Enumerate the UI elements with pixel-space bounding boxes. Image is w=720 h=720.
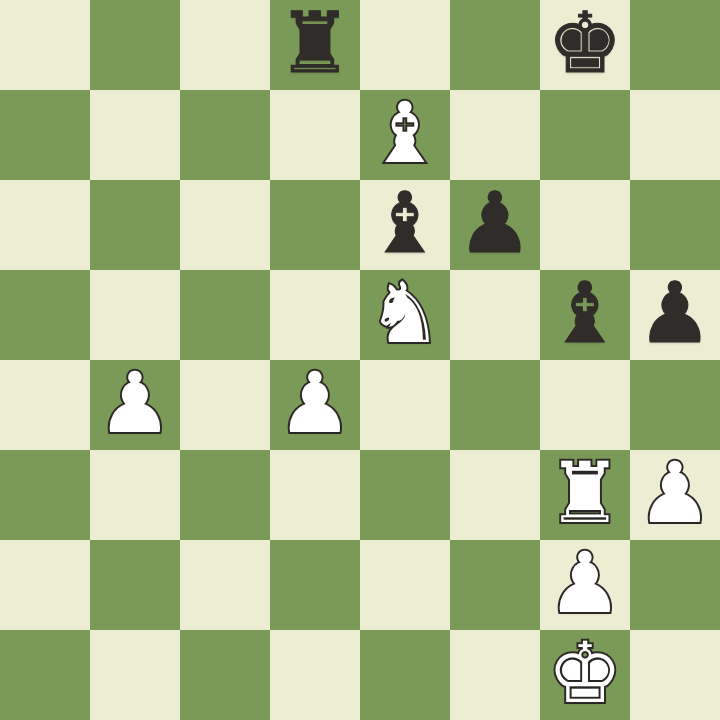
black-king[interactable]: ♚ (547, 0, 622, 88)
square-b7[interactable] (90, 90, 180, 180)
square-c1[interactable] (180, 630, 270, 720)
square-b5[interactable] (90, 270, 180, 360)
black-bishop[interactable]: ♝ (367, 178, 442, 268)
white-pawn[interactable]: ♟ (97, 358, 172, 448)
square-e2[interactable] (360, 540, 450, 630)
square-g6[interactable] (540, 180, 630, 270)
square-a6[interactable] (0, 180, 90, 270)
square-c8[interactable] (180, 0, 270, 90)
square-a5[interactable] (0, 270, 90, 360)
square-e8[interactable] (360, 0, 450, 90)
square-f3[interactable] (450, 450, 540, 540)
square-g8[interactable]: ♚ (540, 0, 630, 90)
square-g3[interactable]: ♜ (540, 450, 630, 540)
square-d6[interactable] (270, 180, 360, 270)
white-pawn[interactable]: ♟ (277, 358, 352, 448)
square-d3[interactable] (270, 450, 360, 540)
square-g4[interactable] (540, 360, 630, 450)
square-c3[interactable] (180, 450, 270, 540)
square-f2[interactable] (450, 540, 540, 630)
square-f4[interactable] (450, 360, 540, 450)
square-e7[interactable]: ♝ (360, 90, 450, 180)
white-pawn[interactable]: ♟ (637, 448, 712, 538)
square-b1[interactable] (90, 630, 180, 720)
square-c5[interactable] (180, 270, 270, 360)
white-bishop[interactable]: ♝ (367, 88, 442, 178)
square-a2[interactable] (0, 540, 90, 630)
square-f1[interactable] (450, 630, 540, 720)
black-bishop[interactable]: ♝ (547, 268, 622, 358)
square-g1[interactable]: ♚ (540, 630, 630, 720)
white-rook[interactable]: ♜ (547, 448, 622, 538)
square-c7[interactable] (180, 90, 270, 180)
square-e1[interactable] (360, 630, 450, 720)
square-e3[interactable] (360, 450, 450, 540)
square-e4[interactable] (360, 360, 450, 450)
square-h5[interactable]: ♟ (630, 270, 720, 360)
square-h2[interactable] (630, 540, 720, 630)
square-d5[interactable] (270, 270, 360, 360)
white-pawn[interactable]: ♟ (547, 538, 622, 628)
square-a1[interactable] (0, 630, 90, 720)
square-a3[interactable] (0, 450, 90, 540)
black-pawn[interactable]: ♟ (637, 268, 712, 358)
square-h1[interactable] (630, 630, 720, 720)
square-f6[interactable]: ♟ (450, 180, 540, 270)
square-b6[interactable] (90, 180, 180, 270)
square-f5[interactable] (450, 270, 540, 360)
square-d2[interactable] (270, 540, 360, 630)
square-f8[interactable] (450, 0, 540, 90)
square-f7[interactable] (450, 90, 540, 180)
square-h8[interactable] (630, 0, 720, 90)
square-g7[interactable] (540, 90, 630, 180)
square-b2[interactable] (90, 540, 180, 630)
square-d8[interactable]: ♜ (270, 0, 360, 90)
square-h4[interactable] (630, 360, 720, 450)
black-rook[interactable]: ♜ (277, 0, 352, 88)
square-a8[interactable] (0, 0, 90, 90)
square-a7[interactable] (0, 90, 90, 180)
square-b4[interactable]: ♟ (90, 360, 180, 450)
square-c2[interactable] (180, 540, 270, 630)
square-h6[interactable] (630, 180, 720, 270)
square-e5[interactable]: ♞ (360, 270, 450, 360)
black-pawn[interactable]: ♟ (457, 178, 532, 268)
square-d7[interactable] (270, 90, 360, 180)
square-d4[interactable]: ♟ (270, 360, 360, 450)
square-c6[interactable] (180, 180, 270, 270)
square-d1[interactable] (270, 630, 360, 720)
square-b8[interactable] (90, 0, 180, 90)
white-king[interactable]: ♚ (547, 628, 622, 718)
square-c4[interactable] (180, 360, 270, 450)
square-g2[interactable]: ♟ (540, 540, 630, 630)
chess-board: ♜♚♝♝♟♞♝♟♟♟♜♟♟♚ (0, 0, 720, 720)
white-knight[interactable]: ♞ (367, 268, 442, 358)
square-h7[interactable] (630, 90, 720, 180)
square-g5[interactable]: ♝ (540, 270, 630, 360)
square-b3[interactable] (90, 450, 180, 540)
square-h3[interactable]: ♟ (630, 450, 720, 540)
square-a4[interactable] (0, 360, 90, 450)
square-e6[interactable]: ♝ (360, 180, 450, 270)
